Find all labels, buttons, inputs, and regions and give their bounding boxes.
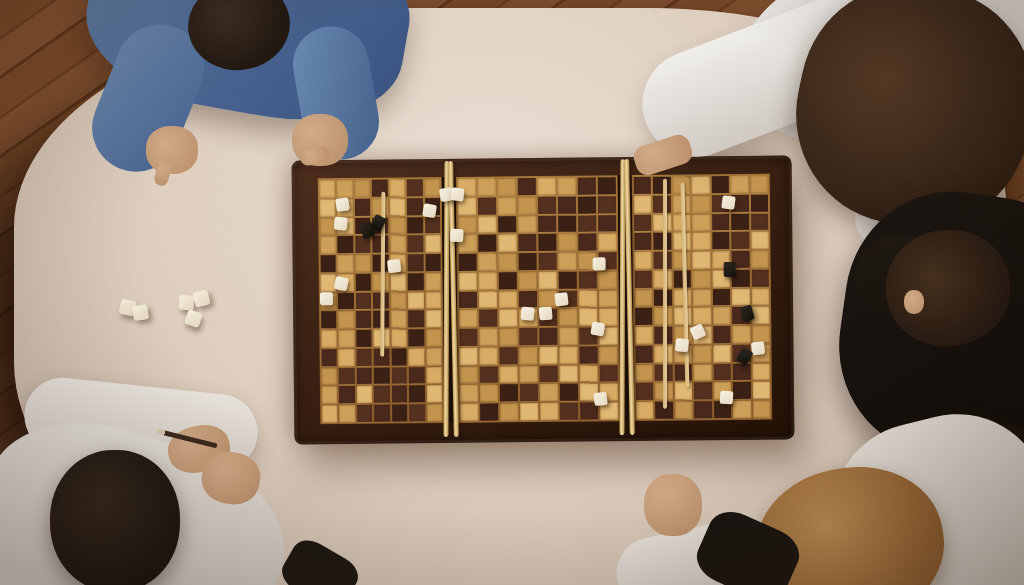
tile-tan[interactable] — [460, 385, 478, 402]
tile-dark[interactable] — [480, 366, 498, 383]
tile-dark[interactable] — [560, 384, 578, 401]
board-play-area — [318, 174, 773, 425]
tile-dark[interactable] — [374, 367, 390, 384]
tile-tan[interactable] — [479, 347, 497, 364]
tile-dark[interactable] — [321, 255, 337, 272]
tile-tan[interactable] — [426, 367, 442, 384]
white-cube-on-table[interactable] — [178, 294, 194, 310]
tile-dark[interactable] — [733, 382, 751, 399]
tile-tan[interactable] — [391, 311, 407, 328]
tile-dark[interactable] — [712, 214, 730, 231]
tile-tan[interactable] — [579, 290, 597, 307]
white-cube-piece[interactable] — [554, 292, 568, 306]
tile-tan[interactable] — [693, 251, 711, 268]
tile-dark[interactable] — [578, 196, 596, 213]
tile-tan[interactable] — [498, 235, 516, 252]
tile-tan[interactable] — [339, 311, 355, 328]
tile-dark[interactable] — [694, 383, 712, 400]
tile-dark[interactable] — [540, 366, 558, 383]
tile-tan[interactable] — [693, 270, 711, 287]
tile-tan[interactable] — [675, 402, 693, 419]
tile-tan[interactable] — [733, 401, 751, 418]
tile-dark[interactable] — [355, 199, 371, 216]
white-cube-piece[interactable] — [721, 195, 736, 210]
white-cube-piece[interactable] — [593, 392, 607, 406]
tile-tan[interactable] — [518, 216, 536, 233]
tile-tan[interactable] — [425, 235, 441, 252]
tile-dark[interactable] — [733, 363, 751, 380]
tile-tan[interactable] — [390, 198, 406, 215]
white-cube-piece[interactable] — [590, 321, 605, 336]
tile-dark[interactable] — [374, 405, 390, 422]
tile-tan[interactable] — [580, 365, 598, 382]
tile-tan[interactable] — [322, 368, 338, 385]
tile-dark[interactable] — [356, 292, 372, 309]
tile-tan[interactable] — [675, 383, 693, 400]
tile-dark[interactable] — [478, 197, 496, 214]
tile-dark[interactable] — [391, 348, 407, 365]
white-cube-on-table[interactable] — [132, 304, 149, 321]
loose-slat[interactable] — [663, 179, 667, 409]
tile-dark[interactable] — [392, 386, 408, 403]
tile-dark[interactable] — [321, 312, 337, 329]
tile-tan[interactable] — [322, 387, 338, 404]
white-cube-piece[interactable] — [422, 204, 437, 219]
tile-dark[interactable] — [519, 291, 537, 308]
tile-tan[interactable] — [751, 288, 769, 305]
tile-tan[interactable] — [339, 349, 355, 366]
white-cube-piece[interactable] — [719, 391, 733, 405]
person-bottom-right-hand — [644, 474, 702, 536]
tile-dark[interactable] — [598, 215, 616, 232]
tile-dark[interactable] — [408, 311, 424, 328]
tile-tan[interactable] — [692, 176, 710, 193]
tile-tan[interactable] — [320, 180, 336, 197]
tile-tan[interactable] — [426, 386, 442, 403]
tile-tan[interactable] — [540, 384, 558, 401]
tile-tan[interactable] — [337, 180, 353, 197]
tile-dark[interactable] — [578, 215, 596, 232]
person-bottom-left-head-curly-hair — [50, 450, 180, 585]
tile-dark[interactable] — [498, 216, 516, 233]
tile-dark[interactable] — [356, 349, 372, 366]
tile-dark[interactable] — [409, 386, 425, 403]
tile-dark[interactable] — [356, 274, 372, 291]
person-right-ear — [904, 290, 924, 314]
tile-dark[interactable] — [713, 326, 731, 343]
tile-dark[interactable] — [322, 349, 338, 366]
tile-tan[interactable] — [460, 366, 478, 383]
tile-dark[interactable] — [750, 194, 768, 211]
tile-tan[interactable] — [409, 348, 425, 365]
tile-tan[interactable] — [340, 405, 356, 422]
tile-dark[interactable] — [479, 310, 497, 327]
white-cube-piece[interactable] — [335, 197, 350, 212]
tile-tan[interactable] — [693, 308, 711, 325]
tile-tan[interactable] — [321, 330, 337, 347]
tile-dark[interactable] — [425, 254, 441, 271]
tile-tan[interactable] — [539, 272, 557, 289]
tile-tan[interactable] — [338, 255, 354, 272]
tile-dark[interactable] — [539, 253, 557, 270]
tile-dark[interactable] — [391, 367, 407, 384]
tile-dark[interactable] — [579, 346, 597, 363]
tile-dark[interactable] — [499, 347, 517, 364]
tile-tan[interactable] — [560, 365, 578, 382]
tile-tan[interactable] — [479, 329, 497, 346]
tile-tan[interactable] — [694, 345, 712, 362]
tile-tan[interactable] — [599, 290, 617, 307]
tile-dark[interactable] — [538, 234, 556, 251]
tile-dark[interactable] — [558, 196, 576, 213]
tile-dark[interactable] — [751, 213, 769, 230]
tile-dark[interactable] — [560, 403, 578, 420]
tile-tan[interactable] — [479, 291, 497, 308]
tile-tan[interactable] — [732, 288, 750, 305]
board-panel-right — [632, 174, 773, 421]
tile-tan[interactable] — [559, 328, 577, 345]
tile-dark[interactable] — [518, 178, 536, 195]
tile-dark[interactable] — [339, 368, 355, 385]
white-cube-piece[interactable] — [449, 228, 463, 242]
tile-tan[interactable] — [731, 176, 749, 193]
tile-dark[interactable] — [407, 217, 423, 234]
tile-tan[interactable] — [520, 403, 538, 420]
tile-tan[interactable] — [498, 197, 516, 214]
tile-tan[interactable] — [752, 363, 770, 380]
tile-tan[interactable] — [558, 234, 576, 251]
tile-dark[interactable] — [480, 404, 498, 421]
tile-dark[interactable] — [694, 401, 712, 418]
tile-tan[interactable] — [499, 310, 517, 327]
tile-tan[interactable] — [459, 310, 477, 327]
tile-dark[interactable] — [338, 293, 354, 310]
tile-tan[interactable] — [355, 255, 371, 272]
tile-tan[interactable] — [751, 251, 769, 268]
tile-tan[interactable] — [540, 403, 558, 420]
tile-tan[interactable] — [479, 254, 497, 271]
tile-tan[interactable] — [355, 180, 371, 197]
person-top-left-hand-left — [146, 126, 198, 174]
tile-dark[interactable] — [408, 273, 424, 290]
tile-tan[interactable] — [322, 405, 338, 422]
tile-tan[interactable] — [558, 178, 576, 195]
tile-dark[interactable] — [751, 269, 769, 286]
tile-dark[interactable] — [653, 177, 671, 194]
tile-dark[interactable] — [408, 329, 424, 346]
tile-tan[interactable] — [498, 178, 516, 195]
tile-tan[interactable] — [478, 216, 496, 233]
tile-tan[interactable] — [425, 273, 441, 290]
tile-dark[interactable] — [635, 346, 653, 363]
tile-dark[interactable] — [408, 254, 424, 271]
tile-tan[interactable] — [519, 347, 537, 364]
tile-dark[interactable] — [407, 198, 423, 215]
tile-dark[interactable] — [731, 232, 749, 249]
tile-tan[interactable] — [320, 236, 336, 253]
tile-dark[interactable] — [499, 272, 517, 289]
tile-dark[interactable] — [459, 329, 477, 346]
white-cube-piece[interactable] — [334, 216, 348, 230]
tile-tan[interactable] — [518, 197, 536, 214]
tile-tan[interactable] — [426, 348, 442, 365]
tile-tan[interactable] — [751, 232, 769, 249]
tile-dark[interactable] — [558, 215, 576, 232]
board-panel-middle — [456, 175, 621, 423]
tile-dark[interactable] — [712, 232, 730, 249]
tile-tan[interactable] — [479, 272, 497, 289]
tile-dark[interactable] — [459, 254, 477, 271]
tile-tan[interactable] — [693, 289, 711, 306]
tile-tan[interactable] — [693, 233, 711, 250]
tile-tan[interactable] — [499, 328, 517, 345]
tile-tan[interactable] — [389, 179, 405, 196]
tile-tan[interactable] — [426, 329, 442, 346]
tile-tan[interactable] — [752, 326, 770, 343]
tile-tan[interactable] — [459, 273, 477, 290]
tile-dark[interactable] — [459, 291, 477, 308]
tile-tan[interactable] — [692, 195, 710, 212]
tile-tan[interactable] — [391, 292, 407, 309]
tile-dark[interactable] — [578, 177, 596, 194]
game-board — [292, 155, 795, 444]
tile-tan[interactable] — [390, 236, 406, 253]
tile-dark[interactable] — [538, 197, 556, 214]
tile-dark[interactable] — [338, 236, 354, 253]
tile-tan[interactable] — [460, 404, 478, 421]
tile-dark[interactable] — [519, 253, 537, 270]
tile-dark[interactable] — [392, 405, 408, 422]
scene — [0, 0, 1024, 585]
tile-tan[interactable] — [426, 310, 442, 327]
tile-tan[interactable] — [519, 272, 537, 289]
white-cube-piece[interactable] — [320, 292, 333, 305]
tile-dark[interactable] — [407, 236, 423, 253]
tile-dark[interactable] — [357, 405, 373, 422]
tile-tan[interactable] — [635, 252, 653, 269]
tile-tan[interactable] — [559, 309, 577, 326]
tile-tan[interactable] — [480, 385, 498, 402]
white-cube-piece[interactable] — [538, 306, 552, 320]
tile-dark[interactable] — [519, 328, 537, 345]
tile-tan[interactable] — [559, 347, 577, 364]
white-cube-piece[interactable] — [675, 338, 689, 352]
tile-dark[interactable] — [731, 213, 749, 230]
tile-tan[interactable] — [634, 196, 652, 213]
tile-tan[interactable] — [752, 382, 770, 399]
tile-tan[interactable] — [499, 253, 517, 270]
white-cube-piece[interactable] — [387, 259, 401, 273]
tile-tan[interactable] — [425, 292, 441, 309]
tile-dark[interactable] — [500, 385, 518, 402]
tile-dark[interactable] — [539, 328, 557, 345]
tile-tan[interactable] — [752, 307, 770, 324]
tile-dark[interactable] — [425, 217, 441, 234]
tile-tan[interactable] — [459, 348, 477, 365]
tile-tan[interactable] — [339, 330, 355, 347]
tile-tan[interactable] — [538, 178, 556, 195]
tile-tan[interactable] — [635, 289, 653, 306]
tile-dark[interactable] — [635, 308, 653, 325]
tile-dark[interactable] — [409, 367, 425, 384]
tile-tan[interactable] — [424, 179, 440, 196]
tile-tan[interactable] — [408, 292, 424, 309]
tile-dark[interactable] — [374, 386, 390, 403]
tile-tan[interactable] — [598, 234, 616, 251]
tile-dark[interactable] — [711, 176, 729, 193]
tile-dark[interactable] — [538, 215, 556, 232]
tile-tan[interactable] — [500, 366, 518, 383]
tile-tan[interactable] — [732, 326, 750, 343]
tile-tan[interactable] — [692, 214, 710, 231]
tile-tan[interactable] — [713, 307, 731, 324]
tile-dark[interactable] — [356, 311, 372, 328]
tile-tan[interactable] — [390, 217, 406, 234]
tile-dark[interactable] — [713, 364, 731, 381]
tile-dark[interactable] — [578, 234, 596, 251]
tile-tan[interactable] — [599, 271, 617, 288]
tile-dark[interactable] — [675, 364, 693, 381]
tile-dark[interactable] — [598, 196, 616, 213]
tile-tan[interactable] — [636, 365, 654, 382]
tile-tan[interactable] — [478, 178, 496, 195]
tile-dark[interactable] — [409, 404, 425, 421]
tile-dark[interactable] — [407, 179, 423, 196]
tile-dark[interactable] — [559, 271, 577, 288]
tile-tan[interactable] — [500, 403, 518, 420]
white-cube-piece[interactable] — [520, 306, 534, 320]
tile-tan[interactable] — [713, 345, 731, 362]
tile-tan[interactable] — [539, 347, 557, 364]
tile-dark[interactable] — [520, 384, 538, 401]
tile-tan[interactable] — [559, 253, 577, 270]
white-cube-piece[interactable] — [592, 257, 605, 270]
tile-dark[interactable] — [579, 271, 597, 288]
tile-tan[interactable] — [520, 366, 538, 383]
tile-dark[interactable] — [713, 289, 731, 306]
tile-tan[interactable] — [694, 364, 712, 381]
tile-tan[interactable] — [750, 176, 768, 193]
tile-tan[interactable] — [427, 404, 443, 421]
tile-tan[interactable] — [320, 199, 336, 216]
tile-dark[interactable] — [355, 236, 371, 253]
tile-tan[interactable] — [753, 401, 771, 418]
black-cube-piece[interactable] — [724, 262, 736, 277]
tile-tan[interactable] — [499, 291, 517, 308]
tile-tan[interactable] — [391, 330, 407, 347]
tile-dark[interactable] — [634, 233, 652, 250]
tile-dark[interactable] — [478, 235, 496, 252]
tile-dark[interactable] — [356, 330, 372, 347]
tile-tan[interactable] — [635, 327, 653, 344]
tile-tan[interactable] — [599, 346, 617, 363]
tile-dark[interactable] — [634, 177, 652, 194]
tile-tan[interactable] — [357, 386, 373, 403]
tile-tan[interactable] — [636, 402, 654, 419]
tile-dark[interactable] — [600, 365, 618, 382]
tile-tan[interactable] — [372, 198, 388, 215]
tile-dark[interactable] — [357, 367, 373, 384]
tile-dark[interactable] — [598, 177, 616, 194]
tile-dark[interactable] — [339, 386, 355, 403]
tile-dark[interactable] — [634, 214, 652, 231]
white-cube-piece[interactable] — [450, 187, 465, 202]
tile-dark[interactable] — [636, 383, 654, 400]
board-panel-left — [318, 177, 445, 424]
tile-tan[interactable] — [390, 273, 406, 290]
tile-dark[interactable] — [635, 271, 653, 288]
tile-dark[interactable] — [518, 234, 536, 251]
